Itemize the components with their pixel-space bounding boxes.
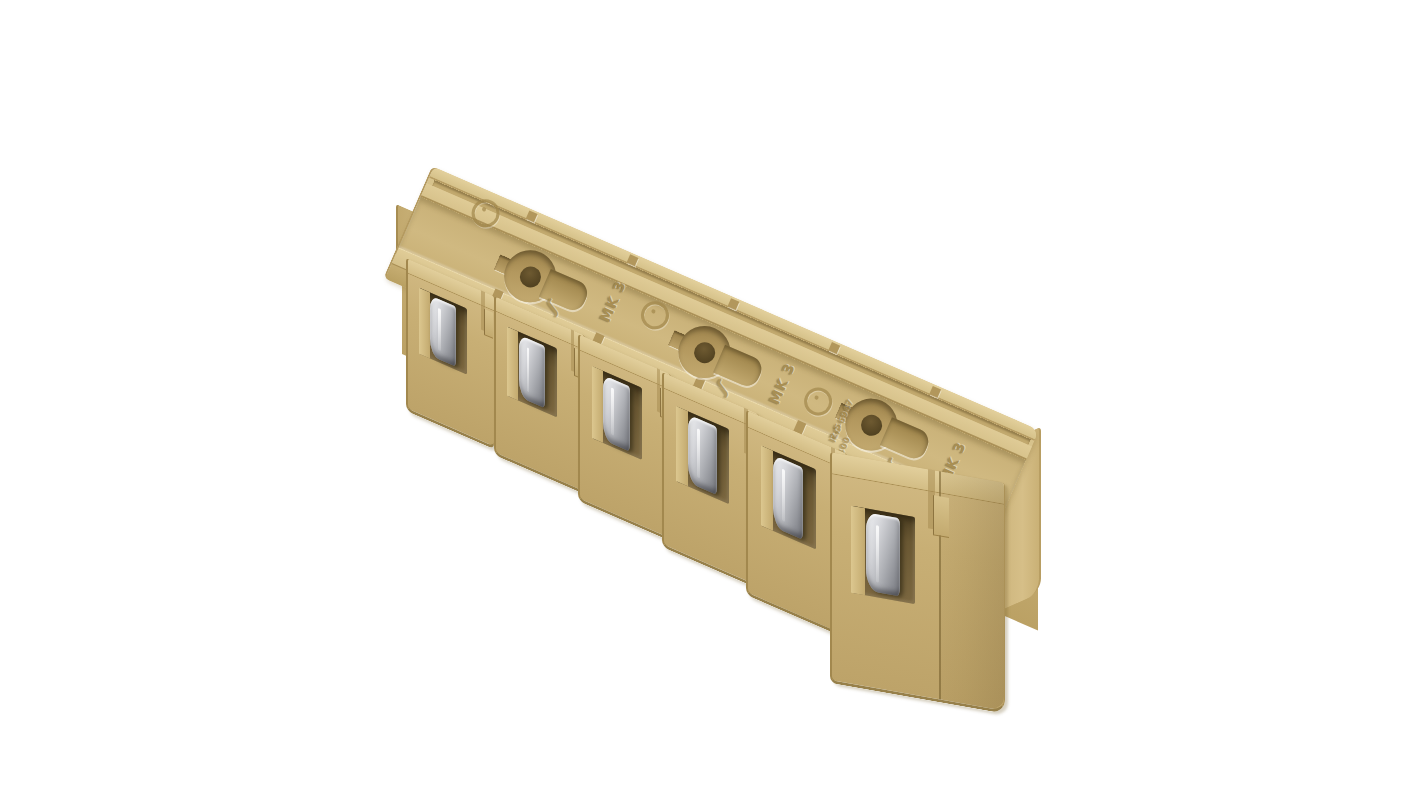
window-inner-wall — [507, 327, 518, 400]
window-inner-wall — [761, 446, 773, 531]
clamp-window — [761, 446, 816, 550]
clamp-highlight — [876, 525, 879, 582]
clamp-highlight — [782, 469, 785, 522]
clamp-window — [676, 406, 729, 505]
metal-clamp — [688, 415, 716, 495]
metal-clamp — [603, 375, 630, 452]
clamp-window — [851, 506, 915, 604]
product-photo: MK 3 MK 3 MK 3 ʃ ʃ ʃ IEC-6947 2,5 400 — [0, 0, 1420, 798]
clamp-highlight — [438, 308, 441, 352]
window-inner-wall — [419, 288, 430, 359]
clamp-highlight — [697, 428, 700, 478]
window-inner-wall — [851, 506, 865, 595]
clamp-window — [592, 366, 642, 460]
window-inner-wall — [592, 366, 603, 443]
pole-box-6-end-block — [830, 452, 1005, 714]
clamp-window — [419, 288, 467, 375]
metal-clamp — [519, 335, 546, 408]
metal-clamp — [773, 455, 803, 540]
keyhole-slot — [880, 417, 932, 462]
window-inner-wall — [676, 406, 688, 487]
metal-clamp — [430, 296, 456, 367]
clamp-window — [507, 327, 556, 417]
clamp-highlight — [611, 387, 614, 435]
pole-tab — [933, 495, 949, 538]
clamp-highlight — [527, 347, 530, 393]
metal-clamp — [866, 513, 900, 597]
pole-tab — [484, 309, 493, 339]
